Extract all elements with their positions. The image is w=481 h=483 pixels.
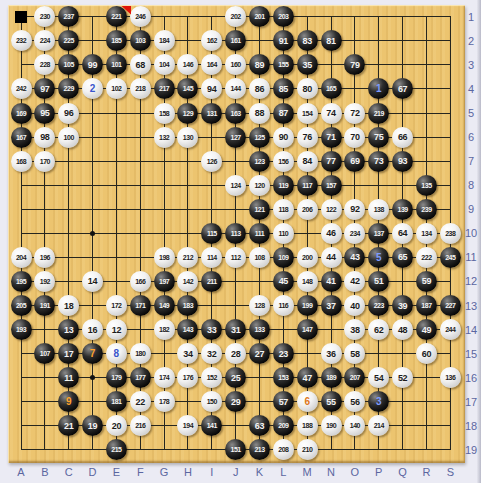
stone-F17: 22 <box>130 391 151 412</box>
move-number: 94 <box>207 83 216 93</box>
move-number: 136 <box>445 374 455 381</box>
move-number: 234 <box>350 229 360 236</box>
move-number: 70 <box>350 132 359 142</box>
stone-F12: 166 <box>130 271 151 292</box>
move-number: 147 <box>302 326 312 333</box>
stone-A12: 195 <box>11 271 32 292</box>
stone-L6: 90 <box>273 127 294 148</box>
move-number: 27 <box>255 348 264 358</box>
move-number: 197 <box>159 277 169 284</box>
stone-F13: 171 <box>130 295 151 316</box>
move-number: 13 <box>64 324 73 334</box>
move-number: 34 <box>183 348 192 358</box>
move-number: 100 <box>64 133 74 140</box>
move-number: 21 <box>64 420 73 430</box>
move-number: 69 <box>350 156 359 166</box>
stone-G6: 132 <box>154 127 175 148</box>
move-number: 123 <box>254 157 264 164</box>
stone-F18: 216 <box>130 415 151 436</box>
row-label-8: 8 <box>463 179 479 191</box>
stone-N2: 81 <box>321 30 342 51</box>
move-number: 35 <box>302 59 311 69</box>
move-number: 222 <box>421 253 431 260</box>
move-number: 171 <box>135 302 145 309</box>
move-number: 217 <box>159 85 169 92</box>
move-number: 165 <box>326 85 336 92</box>
stone-F15: 180 <box>130 343 151 364</box>
move-number: 59 <box>422 276 431 286</box>
move-number: 246 <box>135 13 145 20</box>
move-number: 90 <box>279 132 288 142</box>
row-label-15: 15 <box>463 348 479 360</box>
move-number: 41 <box>326 276 335 286</box>
move-number: 182 <box>159 326 169 333</box>
move-number: 201 <box>254 13 264 20</box>
stone-Q6: 66 <box>392 127 413 148</box>
move-number: 145 <box>183 85 193 92</box>
move-number: 103 <box>135 37 145 44</box>
move-number: 200 <box>302 253 312 260</box>
move-number: 229 <box>64 85 74 92</box>
move-number: 192 <box>40 277 50 284</box>
move-number: 239 <box>421 205 431 212</box>
stone-L16: 153 <box>273 367 294 388</box>
move-number: 188 <box>302 422 312 429</box>
move-number: 216 <box>135 422 145 429</box>
move-number: 164 <box>207 61 217 68</box>
move-number: 167 <box>16 133 26 140</box>
stone-R10: 134 <box>416 223 437 244</box>
stone-P10: 137 <box>368 223 389 244</box>
stone-J6: 127 <box>225 127 246 148</box>
move-number: 224 <box>40 37 50 44</box>
move-number: 84 <box>302 156 311 166</box>
move-number: 207 <box>350 374 360 381</box>
stone-S11: 245 <box>440 247 461 268</box>
move-number: 77 <box>326 156 335 166</box>
col-label-R: R <box>418 466 434 478</box>
move-number: 129 <box>183 109 193 116</box>
move-number: 99 <box>88 59 97 69</box>
move-number: 64 <box>398 228 407 238</box>
move-number: 204 <box>16 253 26 260</box>
move-number: 213 <box>254 446 264 453</box>
move-number: 76 <box>302 132 311 142</box>
stone-K7: 123 <box>249 151 270 172</box>
stone-E16: 179 <box>106 367 127 388</box>
stone-Q9: 139 <box>392 199 413 220</box>
stone-Q13: 39 <box>392 295 413 316</box>
stone-N8: 157 <box>321 175 342 196</box>
move-number: 169 <box>16 109 26 116</box>
stone-N13: 37 <box>321 295 342 316</box>
stone-G4: 217 <box>154 78 175 99</box>
stone-L1: 203 <box>273 6 294 27</box>
move-number: 65 <box>398 252 407 262</box>
stone-L9: 118 <box>273 199 294 220</box>
stone-P9: 138 <box>368 199 389 220</box>
move-number: 149 <box>159 302 169 309</box>
move-number: 23 <box>279 348 288 358</box>
stone-G12: 197 <box>154 271 175 292</box>
move-number: 36 <box>326 348 335 358</box>
stone-D14: 16 <box>82 319 103 340</box>
stone-O6: 70 <box>344 127 365 148</box>
move-number: 75 <box>374 132 383 142</box>
move-number: 121 <box>254 205 264 212</box>
stone-N18: 190 <box>321 415 342 436</box>
move-number: 208 <box>278 446 288 453</box>
move-number: 127 <box>231 133 241 140</box>
stone-P7: 73 <box>368 151 389 172</box>
stone-R13: 187 <box>416 295 437 316</box>
move-number: 190 <box>326 422 336 429</box>
move-number: 242 <box>16 85 26 92</box>
move-number: 95 <box>40 108 49 118</box>
move-number: 73 <box>374 156 383 166</box>
move-number: 174 <box>159 374 169 381</box>
stone-L17: 57 <box>273 391 294 412</box>
stone-F1: 246 <box>130 6 151 27</box>
move-number: 96 <box>64 108 73 118</box>
stone-N10: 46 <box>321 223 342 244</box>
move-number: 179 <box>111 374 121 381</box>
move-number: 46 <box>326 228 335 238</box>
move-number: 20 <box>112 420 121 430</box>
stone-G17: 178 <box>154 391 175 412</box>
stone-N7: 77 <box>321 151 342 172</box>
move-number: 38 <box>350 324 359 334</box>
move-number: 215 <box>111 446 121 453</box>
move-number: 87 <box>279 108 288 118</box>
move-number: 49 <box>422 324 431 334</box>
move-number: 163 <box>231 109 241 116</box>
stone-R15: 60 <box>416 343 437 364</box>
move-number: 60 <box>422 348 431 358</box>
move-number: 130 <box>183 133 193 140</box>
stone-H6: 130 <box>177 127 198 148</box>
move-number: 48 <box>398 324 407 334</box>
move-number: 205 <box>16 302 26 309</box>
square-marker-A1 <box>15 11 27 23</box>
stone-I7: 126 <box>201 151 222 172</box>
move-number: 228 <box>40 61 50 68</box>
stone-O7: 69 <box>344 151 365 172</box>
move-number: 142 <box>183 277 193 284</box>
move-number: 93 <box>398 156 407 166</box>
move-number: 112 <box>231 253 241 260</box>
move-number: 11 <box>64 372 73 382</box>
stone-S14: 244 <box>440 319 461 340</box>
move-number: 86 <box>255 83 264 93</box>
move-number: 67 <box>398 83 407 93</box>
move-number: 9 <box>66 396 72 407</box>
stone-M8: 117 <box>297 175 318 196</box>
move-number: 146 <box>183 61 193 68</box>
stone-M18: 188 <box>297 415 318 436</box>
move-number: 118 <box>278 205 288 212</box>
move-number: 40 <box>350 300 359 310</box>
move-number: 184 <box>159 37 169 44</box>
stone-N5: 74 <box>321 103 342 124</box>
stone-E14: 12 <box>106 319 127 340</box>
stone-J5: 163 <box>225 103 246 124</box>
stone-M16: 47 <box>297 367 318 388</box>
stone-G5: 158 <box>154 103 175 124</box>
stone-A2: 232 <box>11 30 32 51</box>
move-number: 135 <box>421 181 431 188</box>
move-number: 225 <box>64 37 74 44</box>
stone-C5: 96 <box>58 103 79 124</box>
move-number: 119 <box>278 181 288 188</box>
move-number: 12 <box>112 324 121 334</box>
window-edge-strip <box>477 0 481 483</box>
stone-L15: 23 <box>273 343 294 364</box>
move-number: 105 <box>64 61 74 68</box>
move-number: 111 <box>255 229 264 236</box>
stone-Q11: 65 <box>392 247 413 268</box>
move-number: 31 <box>231 324 240 334</box>
move-number: 51 <box>374 276 383 286</box>
move-number: 44 <box>326 252 335 262</box>
move-number: 117 <box>302 181 312 188</box>
stone-K13: 128 <box>249 295 270 316</box>
move-number: 89 <box>255 59 264 69</box>
move-number: 33 <box>207 324 216 334</box>
stone-S13: 227 <box>440 295 461 316</box>
stone-G14: 182 <box>154 319 175 340</box>
stone-A5: 169 <box>11 103 32 124</box>
move-number: 91 <box>279 35 288 45</box>
move-number: 102 <box>111 85 121 92</box>
move-number: 79 <box>350 59 359 69</box>
move-number: 7 <box>90 348 96 359</box>
move-number: 181 <box>111 398 121 405</box>
stone-N4: 165 <box>321 78 342 99</box>
move-number: 137 <box>374 229 384 236</box>
row-label-18: 18 <box>463 420 479 432</box>
row-label-16: 16 <box>463 372 479 384</box>
stone-Q7: 93 <box>392 151 413 172</box>
stone-K14: 133 <box>249 319 270 340</box>
move-number: 232 <box>16 37 26 44</box>
move-number: 154 <box>302 109 312 116</box>
move-number: 80 <box>302 83 311 93</box>
move-number: 22 <box>136 396 145 406</box>
stone-G16: 174 <box>154 367 175 388</box>
stone-P11: 5 <box>368 247 389 268</box>
move-number: 120 <box>254 181 264 188</box>
move-number: 245 <box>445 253 455 260</box>
move-number: 183 <box>183 302 193 309</box>
row-label-1: 1 <box>463 11 479 23</box>
move-number: 132 <box>159 133 169 140</box>
stone-C6: 100 <box>58 127 79 148</box>
stone-M9: 206 <box>297 199 318 220</box>
move-number: 238 <box>445 229 455 236</box>
move-number: 115 <box>207 229 217 236</box>
row-label-4: 4 <box>463 83 479 95</box>
stone-R14: 49 <box>416 319 437 340</box>
move-number: 28 <box>231 348 240 358</box>
stone-M6: 76 <box>297 127 318 148</box>
stone-Q10: 64 <box>392 223 413 244</box>
move-number: 193 <box>16 326 26 333</box>
stone-S16: 136 <box>440 367 461 388</box>
stone-L13: 116 <box>273 295 294 316</box>
stone-N12: 41 <box>321 271 342 292</box>
move-number: 55 <box>326 396 335 406</box>
stone-M19: 210 <box>297 439 318 460</box>
move-number: 133 <box>254 326 264 333</box>
move-number: 63 <box>255 420 264 430</box>
move-number: 54 <box>374 372 383 382</box>
move-number: 17 <box>64 348 73 358</box>
col-label-E: E <box>108 466 124 478</box>
move-number: 156 <box>278 157 288 164</box>
move-number: 212 <box>183 253 193 260</box>
move-number: 72 <box>350 108 359 118</box>
move-number: 58 <box>350 348 359 358</box>
move-number: 6 <box>304 396 310 407</box>
move-number: 56 <box>350 396 359 406</box>
col-label-C: C <box>61 466 77 478</box>
move-number: 43 <box>350 252 359 262</box>
move-number: 237 <box>64 13 74 20</box>
col-label-L: L <box>275 466 291 478</box>
move-number: 116 <box>278 302 288 309</box>
move-number: 14 <box>88 276 97 286</box>
move-number: 122 <box>326 205 336 212</box>
move-number: 191 <box>40 302 50 309</box>
stone-K9: 121 <box>249 199 270 220</box>
stone-B7: 170 <box>34 151 55 172</box>
move-number: 214 <box>374 422 384 429</box>
move-number: 203 <box>278 13 288 20</box>
col-label-A: A <box>13 466 29 478</box>
move-number: 211 <box>207 277 217 284</box>
stone-A7: 168 <box>11 151 32 172</box>
col-label-B: B <box>37 466 53 478</box>
move-number: 108 <box>254 253 264 260</box>
stone-M5: 154 <box>297 103 318 124</box>
move-number: 71 <box>326 132 335 142</box>
row-label-3: 3 <box>463 59 479 71</box>
row-label-9: 9 <box>463 203 479 215</box>
move-number: 189 <box>326 374 336 381</box>
move-number: 157 <box>326 181 336 188</box>
stone-M11: 200 <box>297 247 318 268</box>
stone-F2: 103 <box>130 30 151 51</box>
stone-N9: 122 <box>321 199 342 220</box>
stone-L12: 45 <box>273 271 294 292</box>
move-number: 158 <box>159 109 169 116</box>
stone-R11: 222 <box>416 247 437 268</box>
stone-M13: 199 <box>297 295 318 316</box>
row-label-2: 2 <box>463 35 479 47</box>
move-number: 18 <box>64 300 73 310</box>
stone-D12: 14 <box>82 271 103 292</box>
move-number: 110 <box>278 229 288 236</box>
stone-G11: 198 <box>154 247 175 268</box>
move-number: 83 <box>302 35 311 45</box>
row-label-5: 5 <box>463 107 479 119</box>
move-number: 114 <box>207 253 217 260</box>
move-number: 25 <box>231 372 240 382</box>
move-number: 57 <box>279 396 288 406</box>
move-number: 244 <box>445 326 455 333</box>
move-number: 206 <box>302 205 312 212</box>
move-number: 178 <box>159 398 169 405</box>
move-number: 81 <box>326 35 335 45</box>
move-number: 180 <box>135 350 145 357</box>
move-number: 128 <box>254 302 264 309</box>
move-number: 74 <box>326 108 335 118</box>
col-label-S: S <box>442 466 458 478</box>
col-label-D: D <box>85 466 101 478</box>
stone-P5: 219 <box>368 103 389 124</box>
row-label-17: 17 <box>463 396 479 408</box>
stone-I5: 131 <box>201 103 222 124</box>
stone-N17: 55 <box>321 391 342 412</box>
col-label-O: O <box>347 466 363 478</box>
move-number: 109 <box>278 253 288 260</box>
move-number: 131 <box>207 109 217 116</box>
move-number: 166 <box>135 277 145 284</box>
move-number: 139 <box>398 205 408 212</box>
move-number: 39 <box>398 300 407 310</box>
move-number: 143 <box>183 326 193 333</box>
stone-A13: 205 <box>11 295 32 316</box>
move-number: 150 <box>207 398 217 405</box>
stone-N15: 36 <box>321 343 342 364</box>
row-label-13: 13 <box>463 300 479 312</box>
stone-J10: 113 <box>225 223 246 244</box>
stone-B5: 95 <box>34 103 55 124</box>
stone-K5: 88 <box>249 103 270 124</box>
stone-K6: 125 <box>249 127 270 148</box>
move-number: 42 <box>350 276 359 286</box>
stone-L11: 109 <box>273 247 294 268</box>
move-number: 185 <box>111 37 121 44</box>
stone-G13: 149 <box>154 295 175 316</box>
stone-M3: 35 <box>297 54 318 75</box>
col-label-P: P <box>371 466 387 478</box>
move-number: 101 <box>111 61 121 68</box>
move-number: 85 <box>279 83 288 93</box>
stone-L7: 156 <box>273 151 294 172</box>
move-number: 134 <box>421 229 431 236</box>
stone-F16: 177 <box>130 367 151 388</box>
move-number: 223 <box>374 302 384 309</box>
move-number: 210 <box>302 446 312 453</box>
row-label-12: 12 <box>463 275 479 287</box>
stone-M2: 83 <box>297 30 318 51</box>
move-number: 177 <box>135 374 145 381</box>
move-number: 66 <box>398 132 407 142</box>
stone-G2: 184 <box>154 30 175 51</box>
move-number: 3 <box>376 396 382 407</box>
stone-N16: 189 <box>321 367 342 388</box>
col-label-Q: Q <box>395 466 411 478</box>
move-number: 5 <box>376 251 382 262</box>
move-number: 52 <box>398 372 407 382</box>
move-number: 125 <box>254 133 264 140</box>
move-number: 152 <box>207 374 217 381</box>
move-number: 88 <box>255 108 264 118</box>
move-number: 227 <box>445 302 455 309</box>
move-number: 29 <box>231 396 240 406</box>
